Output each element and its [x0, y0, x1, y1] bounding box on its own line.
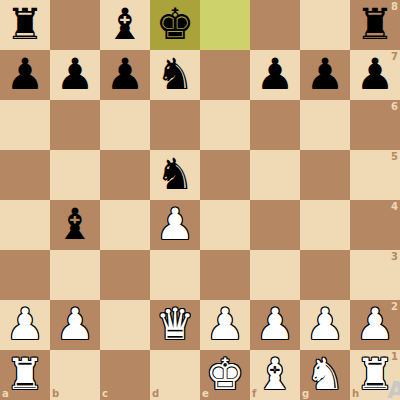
piece-black-knight-d5[interactable]: ♞: [156, 153, 195, 196]
square-e7[interactable]: [200, 50, 250, 100]
square-g6[interactable]: [300, 100, 350, 150]
square-c5[interactable]: [100, 150, 150, 200]
piece-white-knight-g1[interactable]: ♞: [306, 353, 345, 396]
square-d4[interactable]: ♟: [150, 200, 200, 250]
piece-white-pawn-g2[interactable]: ♟: [306, 303, 345, 346]
piece-white-pawn-a2[interactable]: ♟: [6, 303, 45, 346]
square-d5[interactable]: ♞: [150, 150, 200, 200]
piece-white-bishop-f1[interactable]: ♝: [256, 353, 295, 396]
piece-black-pawn-g7[interactable]: ♟: [306, 53, 345, 96]
square-f8[interactable]: [250, 0, 300, 50]
square-b7[interactable]: ♟: [50, 50, 100, 100]
square-h8[interactable]: ♜8: [350, 0, 400, 50]
square-b4[interactable]: ♝: [50, 200, 100, 250]
square-a7[interactable]: ♟: [0, 50, 50, 100]
square-b8[interactable]: [50, 0, 100, 50]
square-b2[interactable]: ♟: [50, 300, 100, 350]
square-d1[interactable]: d: [150, 350, 200, 400]
square-e1[interactable]: ♚e: [200, 350, 250, 400]
square-h3[interactable]: 3: [350, 250, 400, 300]
piece-white-pawn-f2[interactable]: ♟: [256, 303, 295, 346]
piece-white-pawn-h2[interactable]: ♟: [356, 303, 395, 346]
square-e2[interactable]: ♟: [200, 300, 250, 350]
square-b3[interactable]: [50, 250, 100, 300]
square-e4[interactable]: [200, 200, 250, 250]
square-h5[interactable]: 5: [350, 150, 400, 200]
square-c4[interactable]: [100, 200, 150, 250]
square-f1[interactable]: ♝f: [250, 350, 300, 400]
square-c8[interactable]: ♝: [100, 0, 150, 50]
square-f5[interactable]: [250, 150, 300, 200]
rank-label-5: 5: [391, 152, 398, 162]
square-b6[interactable]: [50, 100, 100, 150]
piece-black-pawn-b7[interactable]: ♟: [56, 53, 95, 96]
square-g2[interactable]: ♟: [300, 300, 350, 350]
square-c3[interactable]: [100, 250, 150, 300]
chess-board: ♜♝♚♜8♟♟♟♞♟♟♟76♞5♝♟43♟♟♛♟♟♟♟2♜abcd♚e♝f♞g♜…: [0, 0, 400, 400]
square-d8[interactable]: ♚: [150, 0, 200, 50]
square-c2[interactable]: [100, 300, 150, 350]
square-c1[interactable]: c: [100, 350, 150, 400]
rank-label-3: 3: [391, 252, 398, 262]
square-c6[interactable]: [100, 100, 150, 150]
square-g3[interactable]: [300, 250, 350, 300]
square-h6[interactable]: 6: [350, 100, 400, 150]
square-a8[interactable]: ♜: [0, 0, 50, 50]
square-d7[interactable]: ♞: [150, 50, 200, 100]
square-e6[interactable]: [200, 100, 250, 150]
rank-label-6: 6: [391, 102, 398, 112]
square-a1[interactable]: ♜a: [0, 350, 50, 400]
square-h7[interactable]: ♟7: [350, 50, 400, 100]
square-e5[interactable]: [200, 150, 250, 200]
square-a2[interactable]: ♟: [0, 300, 50, 350]
file-label-b: b: [52, 389, 59, 399]
square-h4[interactable]: 4: [350, 200, 400, 250]
square-a5[interactable]: [0, 150, 50, 200]
piece-black-pawn-c7[interactable]: ♟: [106, 53, 145, 96]
piece-black-bishop-c8[interactable]: ♝: [106, 3, 145, 46]
square-g5[interactable]: [300, 150, 350, 200]
file-label-c: c: [102, 389, 108, 399]
square-g7[interactable]: ♟: [300, 50, 350, 100]
square-g1[interactable]: ♞g: [300, 350, 350, 400]
piece-black-pawn-f7[interactable]: ♟: [256, 53, 295, 96]
square-f6[interactable]: [250, 100, 300, 150]
piece-black-rook-h8[interactable]: ♜: [356, 3, 395, 46]
square-a6[interactable]: [0, 100, 50, 150]
square-f4[interactable]: [250, 200, 300, 250]
piece-black-knight-d7[interactable]: ♞: [156, 53, 195, 96]
piece-black-king-d8[interactable]: ♚: [156, 3, 195, 46]
piece-white-pawn-b2[interactable]: ♟: [56, 303, 95, 346]
rank-label-4: 4: [391, 202, 398, 212]
piece-white-queen-d2[interactable]: ♛: [156, 303, 195, 346]
square-g4[interactable]: [300, 200, 350, 250]
piece-black-rook-a8[interactable]: ♜: [6, 3, 45, 46]
square-h2[interactable]: ♟2: [350, 300, 400, 350]
piece-white-pawn-e2[interactable]: ♟: [206, 303, 245, 346]
piece-white-pawn-d4[interactable]: ♟: [156, 203, 195, 246]
square-a4[interactable]: [0, 200, 50, 250]
file-label-d: d: [152, 389, 159, 399]
square-a3[interactable]: [0, 250, 50, 300]
piece-white-rook-h1[interactable]: ♜: [356, 353, 395, 396]
square-h1[interactable]: ♜1h: [350, 350, 400, 400]
piece-white-king-e1[interactable]: ♚: [206, 353, 245, 396]
square-c7[interactable]: ♟: [100, 50, 150, 100]
piece-black-pawn-h7[interactable]: ♟: [356, 53, 395, 96]
square-e8[interactable]: [200, 0, 250, 50]
square-d2[interactable]: ♛: [150, 300, 200, 350]
square-f7[interactable]: ♟: [250, 50, 300, 100]
square-b5[interactable]: [50, 150, 100, 200]
square-f2[interactable]: ♟: [250, 300, 300, 350]
square-d6[interactable]: [150, 100, 200, 150]
square-b1[interactable]: b: [50, 350, 100, 400]
piece-black-pawn-a7[interactable]: ♟: [6, 53, 45, 96]
square-g8[interactable]: [300, 0, 350, 50]
square-f3[interactable]: [250, 250, 300, 300]
square-d3[interactable]: [150, 250, 200, 300]
piece-black-bishop-b4[interactable]: ♝: [56, 203, 95, 246]
square-e3[interactable]: [200, 250, 250, 300]
piece-white-rook-a1[interactable]: ♜: [6, 353, 45, 396]
